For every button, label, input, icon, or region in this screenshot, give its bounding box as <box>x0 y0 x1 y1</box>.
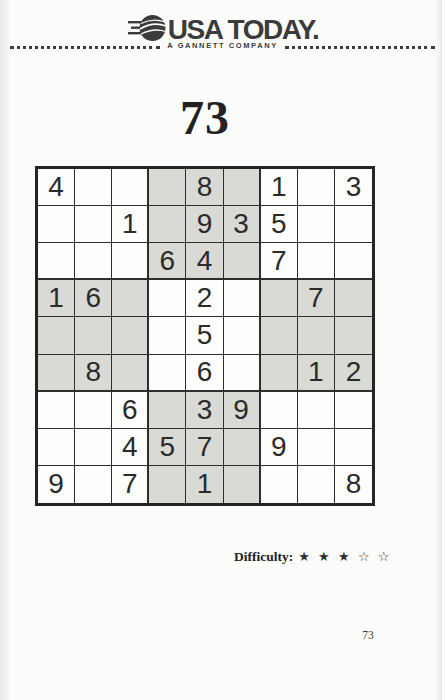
sudoku-grid: 4813193564716275861263945799718 <box>35 166 375 506</box>
cell-r7c8[interactable] <box>298 392 335 429</box>
usa-today-wordmark: USA TODAY. <box>168 16 318 44</box>
cell-r3c6[interactable] <box>224 243 261 280</box>
cell-r6c9[interactable]: 2 <box>335 355 372 392</box>
cell-r4c9[interactable] <box>335 280 372 317</box>
cell-r9c5[interactable]: 1 <box>186 466 223 503</box>
header-divider: A GANNETT COMPANY <box>10 41 435 50</box>
cell-r6c7[interactable] <box>261 355 298 392</box>
cell-r9c6[interactable] <box>224 466 261 503</box>
cell-r8c7[interactable]: 9 <box>261 429 298 466</box>
cell-r9c4[interactable] <box>149 466 186 503</box>
puzzle-number: 73 <box>0 90 410 145</box>
cell-r7c7[interactable] <box>261 392 298 429</box>
cell-r4c2[interactable]: 6 <box>75 280 112 317</box>
cell-r2c5[interactable]: 9 <box>186 206 223 243</box>
cell-r5c1[interactable] <box>38 317 75 354</box>
cell-r7c9[interactable] <box>335 392 372 429</box>
cell-r1c1[interactable]: 4 <box>38 169 75 206</box>
cell-r6c2[interactable]: 8 <box>75 355 112 392</box>
cell-r8c4[interactable]: 5 <box>149 429 186 466</box>
cell-r7c1[interactable] <box>38 392 75 429</box>
cell-r8c8[interactable] <box>298 429 335 466</box>
cell-r7c6[interactable]: 9 <box>224 392 261 429</box>
cell-r8c1[interactable] <box>38 429 75 466</box>
cell-r4c1[interactable]: 1 <box>38 280 75 317</box>
cell-r7c2[interactable] <box>75 392 112 429</box>
cell-r3c8[interactable] <box>298 243 335 280</box>
difficulty-label: Difficulty: <box>234 549 293 564</box>
cell-r6c4[interactable] <box>149 355 186 392</box>
cell-r1c6[interactable] <box>224 169 261 206</box>
cell-r1c8[interactable] <box>298 169 335 206</box>
cell-r3c7[interactable]: 7 <box>261 243 298 280</box>
cell-r4c6[interactable] <box>224 280 261 317</box>
cell-r6c6[interactable] <box>224 355 261 392</box>
difficulty-row: Difficulty:★ ★ ★ ☆ ☆ <box>0 547 392 565</box>
cell-r2c1[interactable] <box>38 206 75 243</box>
cell-r9c7[interactable] <box>261 466 298 503</box>
cell-r1c9[interactable]: 3 <box>335 169 372 206</box>
cell-r4c7[interactable] <box>261 280 298 317</box>
gannett-tagline: A GANNETT COMPANY <box>167 41 278 50</box>
cell-r1c2[interactable] <box>75 169 112 206</box>
book-page: { "game": "sudoku", "position": "4...8.1… <box>0 0 445 700</box>
cell-r8c5[interactable]: 7 <box>186 429 223 466</box>
cell-r5c4[interactable] <box>149 317 186 354</box>
cell-r2c4[interactable] <box>149 206 186 243</box>
cell-r7c4[interactable] <box>149 392 186 429</box>
cell-r3c4[interactable]: 6 <box>149 243 186 280</box>
cell-r8c6[interactable] <box>224 429 261 466</box>
cell-r2c8[interactable] <box>298 206 335 243</box>
cell-r5c3[interactable] <box>112 317 149 354</box>
dotted-rule-right <box>285 46 435 49</box>
cell-r3c3[interactable] <box>112 243 149 280</box>
cell-r3c5[interactable]: 4 <box>186 243 223 280</box>
cell-r2c9[interactable] <box>335 206 372 243</box>
cell-r5c2[interactable] <box>75 317 112 354</box>
cell-r5c9[interactable] <box>335 317 372 354</box>
cell-r7c5[interactable]: 3 <box>186 392 223 429</box>
cell-r6c8[interactable]: 1 <box>298 355 335 392</box>
cell-r4c8[interactable]: 7 <box>298 280 335 317</box>
dotted-rule-left <box>10 46 160 49</box>
cell-r3c9[interactable] <box>335 243 372 280</box>
cell-r9c3[interactable]: 7 <box>112 466 149 503</box>
cell-r9c9[interactable]: 8 <box>335 466 372 503</box>
cell-r4c3[interactable] <box>112 280 149 317</box>
page-number: 73 <box>348 629 388 641</box>
cell-r5c8[interactable] <box>298 317 335 354</box>
cell-r5c6[interactable] <box>224 317 261 354</box>
cell-r1c4[interactable] <box>149 169 186 206</box>
cell-r2c3[interactable]: 1 <box>112 206 149 243</box>
cell-r8c9[interactable] <box>335 429 372 466</box>
cell-r5c7[interactable] <box>261 317 298 354</box>
cell-r1c3[interactable] <box>112 169 149 206</box>
cell-r5c5[interactable]: 5 <box>186 317 223 354</box>
cell-r4c4[interactable] <box>149 280 186 317</box>
cell-r6c3[interactable] <box>112 355 149 392</box>
cell-r8c2[interactable] <box>75 429 112 466</box>
cell-r2c6[interactable]: 3 <box>224 206 261 243</box>
cell-r8c3[interactable]: 4 <box>112 429 149 466</box>
cell-r3c1[interactable] <box>38 243 75 280</box>
cell-r1c7[interactable]: 1 <box>261 169 298 206</box>
cell-r9c1[interactable]: 9 <box>38 466 75 503</box>
cell-r9c8[interactable] <box>298 466 335 503</box>
cell-r2c2[interactable] <box>75 206 112 243</box>
cell-r3c2[interactable] <box>75 243 112 280</box>
cell-r6c1[interactable] <box>38 355 75 392</box>
cell-r4c5[interactable]: 2 <box>186 280 223 317</box>
difficulty-stars: ★ ★ ★ ☆ ☆ <box>298 549 392 564</box>
cell-r2c7[interactable]: 5 <box>261 206 298 243</box>
cell-r7c3[interactable]: 6 <box>112 392 149 429</box>
cell-r6c5[interactable]: 6 <box>186 355 223 392</box>
cell-r9c2[interactable] <box>75 466 112 503</box>
cell-r1c5[interactable]: 8 <box>186 169 223 206</box>
